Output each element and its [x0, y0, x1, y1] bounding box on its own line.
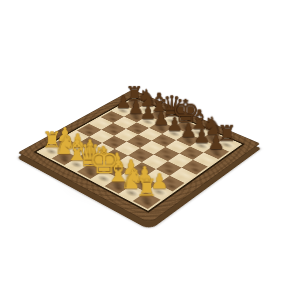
- piece-shadow: [194, 142, 211, 151]
- board-inner-frame: ♜♞♝♛♚♝♞♜♟♟♟♟♟♟♟♟♟♟♟♟♟♟♟♟♜♞♝♛♚♝♞♜: [33, 96, 245, 213]
- piece-shadow: [123, 188, 141, 198]
- board-squares: ♜♞♝♛♚♝♞♜♟♟♟♟♟♟♟♟♟♟♟♟♟♟♟♟♜♞♝♛♚♝♞♜: [39, 99, 239, 209]
- piece-shadow: [150, 187, 168, 197]
- square-d5: [127, 135, 152, 148]
- piece-shadow: [219, 141, 236, 150]
- piece-shadow: [137, 196, 155, 207]
- square-h6: [193, 152, 218, 166]
- square-a2: ♟: [52, 137, 77, 150]
- piece-shadow: [68, 160, 85, 169]
- chess-set-scene: ♜♞♝♛♚♝♞♜♟♟♟♟♟♟♟♟♟♟♟♟♟♟♟♟♜♞♝♛♚♝♞♜: [54, 62, 226, 234]
- chess-board: ♜♞♝♛♚♝♞♜♟♟♟♟♟♟♟♟♟♟♟♟♟♟♟♟♜♞♝♛♚♝♞♜: [18, 89, 261, 223]
- piece-shadow: [56, 140, 72, 149]
- knight-glyph: ♞: [136, 87, 157, 110]
- chess-set-product-photo: ♜♞♝♛♚♝♞♜♟♟♟♟♟♟♟♟♟♟♟♟♟♟♟♟♜♞♝♛♚♝♞♜: [0, 0, 290, 290]
